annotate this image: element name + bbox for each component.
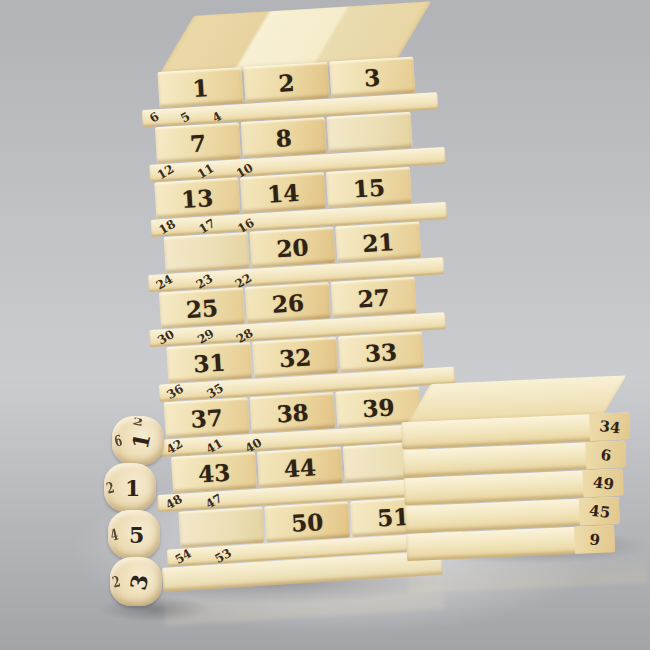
die-front-face-value: 3 <box>124 571 153 591</box>
removed-blocks-stack: 34649459 <box>400 375 649 593</box>
removed-block-end: 34 <box>589 412 630 441</box>
removed-block-end: 45 <box>579 497 620 526</box>
dice-column: 261214523 <box>102 416 198 604</box>
block-number: 6 <box>147 109 163 128</box>
block-number: 14 <box>266 178 300 207</box>
die[interactable]: 23 <box>110 557 162 606</box>
block-number: 9 <box>588 530 600 549</box>
block-number: 33 <box>364 338 398 367</box>
block-number: 21 <box>362 228 396 257</box>
die-front-face-value: 1 <box>125 475 140 501</box>
removed-block-end: 49 <box>582 469 623 498</box>
block[interactable]: 7 <box>155 122 241 163</box>
block-number: 50 <box>290 507 324 536</box>
die-front-face-value: 5 <box>129 522 144 548</box>
block-number: 32 <box>278 343 312 372</box>
block[interactable]: 50 <box>264 501 350 542</box>
block[interactable]: 32 <box>252 337 338 378</box>
block[interactable]: 14 <box>240 172 326 213</box>
scene: 1236547812111013141518171620212423222526… <box>0 0 650 650</box>
block-number: 43 <box>197 458 231 487</box>
block[interactable]: 2 <box>243 62 329 103</box>
block[interactable]: 3 <box>329 57 415 98</box>
block[interactable]: 38 <box>250 392 336 433</box>
block[interactable]: 31 <box>166 342 252 383</box>
block-number: 26 <box>271 288 305 317</box>
block-number: 31 <box>193 348 227 377</box>
block-number: 25 <box>185 293 219 322</box>
block-number: 8 <box>275 124 293 152</box>
die[interactable]: 45 <box>108 510 160 559</box>
block-number: 3 <box>363 63 381 91</box>
block-number: 2 <box>278 68 296 96</box>
block-number: 6 <box>600 445 612 464</box>
block[interactable]: 33 <box>338 332 424 373</box>
block-number: 15 <box>352 173 386 202</box>
block[interactable]: 21 <box>335 222 421 263</box>
block-number: 39 <box>362 393 396 422</box>
die-side-face-value: 4 <box>108 525 119 544</box>
block-number: 49 <box>592 473 615 493</box>
die-side-face-value: 2 <box>110 572 121 591</box>
die-front-face-value: 1 <box>126 430 155 450</box>
block-number: 44 <box>283 453 317 482</box>
die-side-face-value: 6 <box>112 431 123 450</box>
block[interactable]: 20 <box>249 227 335 268</box>
block[interactable]: 25 <box>159 287 245 328</box>
block-number: 7 <box>189 129 207 157</box>
block[interactable]: 1 <box>158 67 244 108</box>
removed-block-end: 6 <box>585 441 626 470</box>
block-number: 13 <box>180 184 214 213</box>
block[interactable]: 27 <box>331 277 417 318</box>
block[interactable]: 26 <box>245 282 331 323</box>
die-side-face-value: 2 <box>104 478 115 497</box>
block[interactable]: 44 <box>257 447 343 488</box>
die-top-face-value: 2 <box>132 415 145 429</box>
block-number: 45 <box>588 501 611 521</box>
die[interactable]: 261 <box>112 416 164 465</box>
block-number: 20 <box>276 233 310 262</box>
block[interactable]: 8 <box>241 117 327 158</box>
die[interactable]: 21 <box>104 463 156 512</box>
block[interactable] <box>327 112 413 153</box>
block-number: 27 <box>357 283 391 312</box>
block[interactable]: 13 <box>154 177 240 218</box>
block-number: 34 <box>598 417 621 437</box>
block[interactable] <box>164 232 250 273</box>
block-number: 1 <box>192 74 210 102</box>
block[interactable]: 15 <box>326 167 412 208</box>
removed-block-end: 9 <box>574 525 615 554</box>
block-number: 38 <box>276 398 310 427</box>
